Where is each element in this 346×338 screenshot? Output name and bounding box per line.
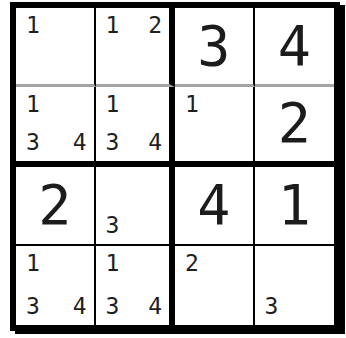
pencil-mark-3: 3 (106, 295, 120, 318)
cell-r2c1[interactable]: 3 (96, 167, 176, 246)
pencil-mark-1: 1 (26, 14, 40, 37)
cell-r3c2[interactable]: 2 (175, 246, 255, 325)
pencil-mark-1: 1 (26, 93, 40, 116)
big-digit: 2 (278, 96, 311, 151)
pencil-mark-3: 3 (106, 214, 120, 237)
sudoku-board: 1123413413412234113413423 (10, 2, 340, 331)
cell-r3c0[interactable]: 134 (16, 246, 96, 325)
cell-r2c2[interactable]: 4 (175, 167, 255, 246)
pencil-mark-2: 2 (148, 14, 162, 37)
pencil-mark-4: 4 (73, 295, 87, 318)
pencil-mark-4: 4 (148, 131, 162, 154)
cell-r1c1[interactable]: 134 (96, 87, 176, 166)
cell-r3c1[interactable]: 134 (96, 246, 176, 325)
pencil-mark-3: 3 (26, 295, 40, 318)
cell-r1c3[interactable]: 2 (255, 87, 335, 166)
big-digit: 4 (278, 19, 311, 74)
cell-r0c3[interactable]: 4 (255, 8, 335, 87)
pencil-mark-1: 1 (185, 93, 199, 116)
cell-r1c0[interactable]: 134 (16, 87, 96, 166)
pencil-mark-1: 1 (106, 93, 120, 116)
cell-r0c1[interactable]: 12 (96, 8, 176, 87)
pencil-mark-2: 2 (185, 252, 199, 275)
pencil-mark-1: 1 (26, 252, 40, 275)
big-digit: 3 (197, 19, 230, 74)
cell-r0c0[interactable]: 1 (16, 8, 96, 87)
cell-r1c2[interactable]: 1 (175, 87, 255, 166)
big-digit: 4 (197, 178, 230, 233)
cell-r2c0[interactable]: 2 (16, 167, 96, 246)
pencil-mark-1: 1 (106, 14, 120, 37)
pencil-mark-3: 3 (265, 295, 279, 318)
pencil-mark-3: 3 (106, 131, 120, 154)
pencil-mark-4: 4 (148, 295, 162, 318)
cell-r3c3[interactable]: 3 (255, 246, 335, 325)
cell-r2c3[interactable]: 1 (255, 167, 335, 246)
sudoku-app: 1123413413412234113413423 (0, 0, 346, 338)
big-digit: 1 (278, 178, 311, 233)
pencil-mark-1: 1 (106, 252, 120, 275)
pencil-mark-4: 4 (73, 131, 87, 154)
big-digit: 2 (38, 178, 71, 233)
pencil-mark-3: 3 (26, 131, 40, 154)
cell-r0c2[interactable]: 3 (175, 8, 255, 87)
